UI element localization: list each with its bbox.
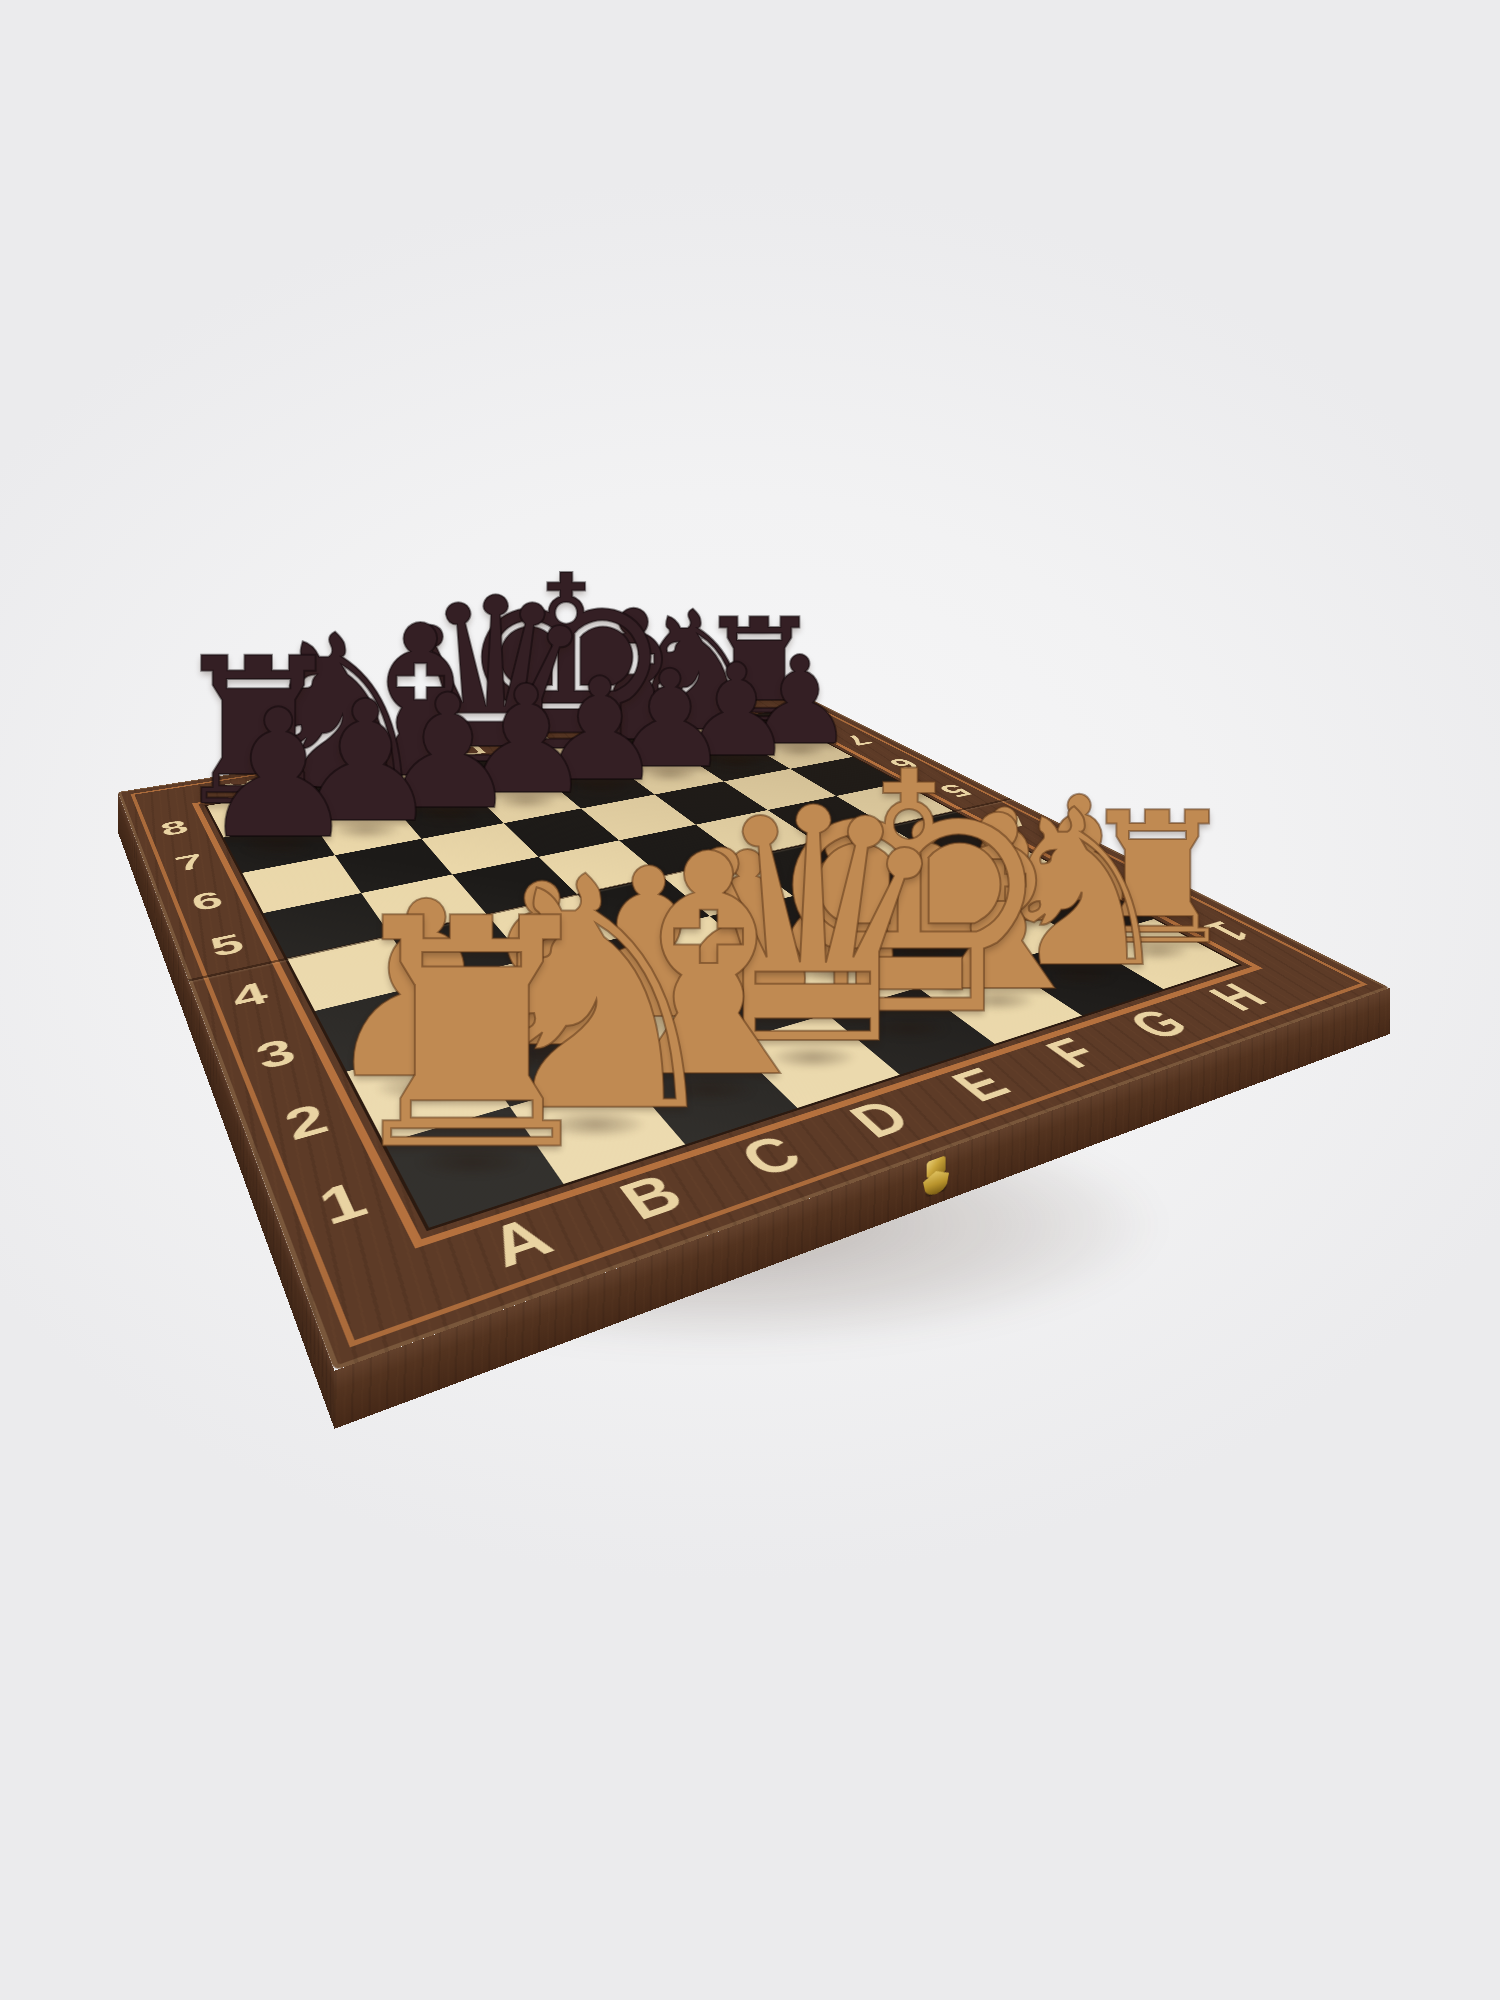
piece-black-pawn-a7[interactable]: ♟ <box>199 686 358 864</box>
product-photo-scene: ABCDEFGH ABCDEFGH 87654321 87654321 ♜♞♝♛… <box>0 0 1500 2000</box>
piece-white-rook-a1[interactable]: ♜ <box>330 878 614 1194</box>
